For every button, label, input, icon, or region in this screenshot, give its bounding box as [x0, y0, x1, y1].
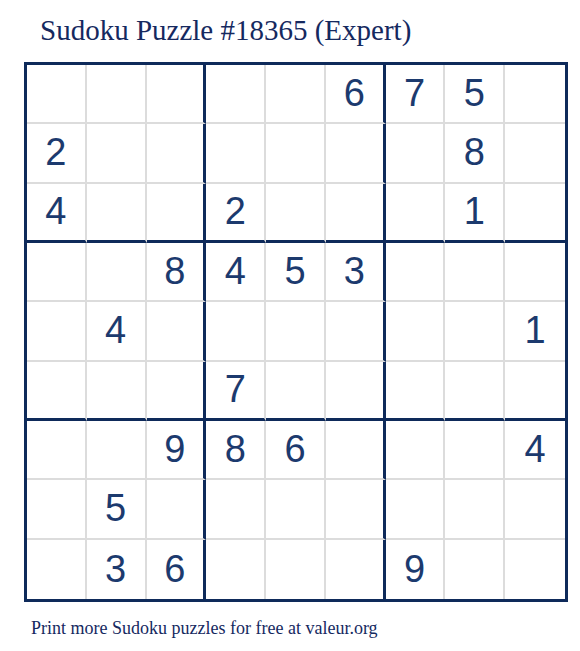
sudoku-cell-r4c6[interactable]: 3	[326, 243, 386, 302]
given-digit: 6	[284, 428, 305, 471]
sudoku-cell-r2c3[interactable]	[147, 124, 207, 183]
given-digit: 6	[164, 548, 185, 591]
page: Sudoku Puzzle #18365 (Expert) 6752842184…	[0, 0, 580, 651]
page-title: Sudoku Puzzle #18365 (Expert)	[40, 14, 411, 47]
sudoku-cell-r9c3[interactable]: 6	[147, 540, 207, 599]
sudoku-cell-r2c7[interactable]	[386, 124, 446, 183]
sudoku-cell-r7c3[interactable]: 9	[147, 421, 207, 480]
sudoku-cell-r3c6[interactable]	[326, 184, 386, 243]
sudoku-cell-r3c9[interactable]	[505, 184, 565, 243]
sudoku-cell-r6c2[interactable]	[87, 362, 147, 421]
sudoku-cell-r8c3[interactable]	[147, 480, 207, 539]
sudoku-cell-r5c3[interactable]	[147, 302, 207, 361]
sudoku-cell-r7c7[interactable]	[386, 421, 446, 480]
sudoku-cell-r9c8[interactable]	[445, 540, 505, 599]
sudoku-cell-r1c2[interactable]	[87, 65, 147, 124]
given-digit: 4	[525, 428, 546, 471]
given-digit: 5	[284, 250, 305, 293]
given-digit: 7	[404, 72, 425, 115]
sudoku-cell-r5c5[interactable]	[266, 302, 326, 361]
sudoku-cell-r2c1[interactable]: 2	[27, 124, 87, 183]
given-digit: 5	[105, 487, 126, 530]
sudoku-cell-r8c1[interactable]	[27, 480, 87, 539]
sudoku-cell-r5c2[interactable]: 4	[87, 302, 147, 361]
sudoku-cell-r7c2[interactable]	[87, 421, 147, 480]
sudoku-cell-r3c7[interactable]	[386, 184, 446, 243]
sudoku-cell-r6c7[interactable]	[386, 362, 446, 421]
sudoku-cell-r6c5[interactable]	[266, 362, 326, 421]
sudoku-cell-r7c5[interactable]: 6	[266, 421, 326, 480]
sudoku-board: 67528421845341798645369	[24, 62, 568, 602]
sudoku-cell-r1c1[interactable]	[27, 65, 87, 124]
sudoku-cell-r6c3[interactable]	[147, 362, 207, 421]
sudoku-cell-r1c5[interactable]	[266, 65, 326, 124]
sudoku-cell-r1c4[interactable]	[206, 65, 266, 124]
sudoku-cell-r4c1[interactable]	[27, 243, 87, 302]
sudoku-cell-r5c8[interactable]	[445, 302, 505, 361]
sudoku-cell-r3c4[interactable]: 2	[206, 184, 266, 243]
given-digit: 9	[164, 428, 185, 471]
sudoku-cell-r3c2[interactable]	[87, 184, 147, 243]
given-digit: 8	[225, 428, 246, 471]
given-digit: 8	[464, 131, 485, 174]
sudoku-cell-r8c6[interactable]	[326, 480, 386, 539]
sudoku-cell-r9c6[interactable]	[326, 540, 386, 599]
given-digit: 4	[105, 309, 126, 352]
sudoku-cell-r4c3[interactable]: 8	[147, 243, 207, 302]
sudoku-cell-r2c5[interactable]	[266, 124, 326, 183]
sudoku-cell-r8c9[interactable]	[505, 480, 565, 539]
given-digit: 5	[464, 72, 485, 115]
sudoku-cell-r8c7[interactable]	[386, 480, 446, 539]
sudoku-cell-r5c1[interactable]	[27, 302, 87, 361]
footer-text: Print more Sudoku puzzles for free at va…	[31, 618, 378, 639]
sudoku-cell-r1c7[interactable]: 7	[386, 65, 446, 124]
given-digit: 3	[105, 548, 126, 591]
given-digit: 2	[225, 190, 246, 233]
sudoku-cell-r6c6[interactable]	[326, 362, 386, 421]
sudoku-cell-r4c8[interactable]	[445, 243, 505, 302]
sudoku-cell-r3c1[interactable]: 4	[27, 184, 87, 243]
sudoku-cell-r1c9[interactable]	[505, 65, 565, 124]
sudoku-cell-r3c8[interactable]: 1	[445, 184, 505, 243]
sudoku-cell-r9c5[interactable]	[266, 540, 326, 599]
given-digit: 2	[45, 131, 66, 174]
sudoku-cell-r3c3[interactable]	[147, 184, 207, 243]
sudoku-cell-r2c8[interactable]: 8	[445, 124, 505, 183]
sudoku-cell-r1c8[interactable]: 5	[445, 65, 505, 124]
sudoku-cell-r2c9[interactable]	[505, 124, 565, 183]
sudoku-cell-r7c6[interactable]	[326, 421, 386, 480]
sudoku-cell-r6c9[interactable]	[505, 362, 565, 421]
sudoku-cell-r5c4[interactable]	[206, 302, 266, 361]
sudoku-cell-r6c4[interactable]: 7	[206, 362, 266, 421]
given-digit: 4	[45, 190, 66, 233]
sudoku-cell-r6c8[interactable]	[445, 362, 505, 421]
sudoku-cell-r4c9[interactable]	[505, 243, 565, 302]
given-digit: 8	[164, 250, 185, 293]
sudoku-cell-r9c2[interactable]: 3	[87, 540, 147, 599]
sudoku-cell-r2c4[interactable]	[206, 124, 266, 183]
sudoku-cell-r1c6[interactable]: 6	[326, 65, 386, 124]
given-digit: 4	[225, 250, 246, 293]
sudoku-cell-r4c5[interactable]: 5	[266, 243, 326, 302]
sudoku-cell-r9c7[interactable]: 9	[386, 540, 446, 599]
sudoku-cell-r8c2[interactable]: 5	[87, 480, 147, 539]
sudoku-cell-r4c2[interactable]	[87, 243, 147, 302]
sudoku-cell-r3c5[interactable]	[266, 184, 326, 243]
sudoku-cell-r2c2[interactable]	[87, 124, 147, 183]
sudoku-cell-r4c7[interactable]	[386, 243, 446, 302]
sudoku-cell-r4c4[interactable]: 4	[206, 243, 266, 302]
sudoku-cell-r7c8[interactable]	[445, 421, 505, 480]
given-digit: 1	[464, 190, 485, 233]
given-digit: 6	[344, 72, 365, 115]
sudoku-cell-r5c7[interactable]	[386, 302, 446, 361]
given-digit: 9	[404, 548, 425, 591]
sudoku-cell-r7c9[interactable]: 4	[505, 421, 565, 480]
sudoku-cell-r2c6[interactable]	[326, 124, 386, 183]
sudoku-cell-r7c1[interactable]	[27, 421, 87, 480]
given-digit: 1	[525, 309, 546, 352]
sudoku-cell-r1c3[interactable]	[147, 65, 207, 124]
sudoku-cell-r6c1[interactable]	[27, 362, 87, 421]
sudoku-cell-r9c9[interactable]	[505, 540, 565, 599]
sudoku-cell-r5c6[interactable]	[326, 302, 386, 361]
sudoku-cell-r7c4[interactable]: 8	[206, 421, 266, 480]
given-digit: 7	[225, 368, 246, 411]
sudoku-cell-r8c4[interactable]	[206, 480, 266, 539]
sudoku-cell-r5c9[interactable]: 1	[505, 302, 565, 361]
sudoku-cell-r9c4[interactable]	[206, 540, 266, 599]
sudoku-cell-r8c8[interactable]	[445, 480, 505, 539]
sudoku-cell-r8c5[interactable]	[266, 480, 326, 539]
sudoku-cell-r9c1[interactable]	[27, 540, 87, 599]
given-digit: 3	[344, 250, 365, 293]
